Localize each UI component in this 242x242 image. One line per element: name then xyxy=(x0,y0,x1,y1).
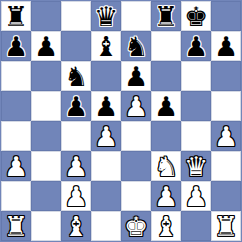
square-g2[interactable]: ♟ xyxy=(181,181,211,211)
square-g3[interactable]: ♛ xyxy=(181,151,211,181)
square-a1[interactable]: ♜ xyxy=(1,211,31,241)
square-b3[interactable] xyxy=(31,151,61,181)
square-h1[interactable]: ♜ xyxy=(211,211,241,241)
black-queen: ♛ xyxy=(94,3,118,30)
square-d6[interactable] xyxy=(91,61,121,91)
square-c6[interactable]: ♞ xyxy=(61,61,91,91)
square-f2[interactable]: ♟ xyxy=(151,181,181,211)
white-pawn: ♟ xyxy=(4,153,28,180)
square-h2[interactable] xyxy=(211,181,241,211)
square-g8[interactable]: ♚ xyxy=(181,1,211,31)
square-d7[interactable]: ♝ xyxy=(91,31,121,61)
white-pawn: ♟ xyxy=(154,183,178,210)
square-c7[interactable] xyxy=(61,31,91,61)
square-c5[interactable]: ♟ xyxy=(61,91,91,121)
white-pawn: ♟ xyxy=(214,123,238,150)
square-h5[interactable] xyxy=(211,91,241,121)
square-d2[interactable] xyxy=(91,181,121,211)
square-c1[interactable]: ♝ xyxy=(61,211,91,241)
square-g6[interactable] xyxy=(181,61,211,91)
black-knight: ♞ xyxy=(124,33,148,60)
square-b4[interactable] xyxy=(31,121,61,151)
square-f1[interactable]: ♝ xyxy=(151,211,181,241)
white-pawn: ♟ xyxy=(64,183,88,210)
black-pawn: ♟ xyxy=(94,93,118,120)
square-a5[interactable] xyxy=(1,91,31,121)
white-bishop: ♝ xyxy=(64,213,88,240)
black-pawn: ♟ xyxy=(214,33,238,60)
square-g1[interactable] xyxy=(181,211,211,241)
square-a4[interactable] xyxy=(1,121,31,151)
square-g5[interactable] xyxy=(181,91,211,121)
square-b1[interactable] xyxy=(31,211,61,241)
square-e7[interactable]: ♞ xyxy=(121,31,151,61)
square-e3[interactable] xyxy=(121,151,151,181)
white-pawn: ♟ xyxy=(124,93,148,120)
square-d4[interactable]: ♟ xyxy=(91,121,121,151)
white-rook: ♜ xyxy=(214,213,238,240)
page: ♜♛♜♚♟♟♝♞♟♟♞♟♟♟♟♟♟♟♟♟♞♛♟♟♟♜♝♚♝♜ xyxy=(0,0,242,242)
square-a7[interactable]: ♟ xyxy=(1,31,31,61)
square-e6[interactable]: ♟ xyxy=(121,61,151,91)
square-f4[interactable] xyxy=(151,121,181,151)
black-bishop: ♝ xyxy=(94,33,118,60)
black-rook: ♜ xyxy=(4,3,28,30)
chess-board: ♜♛♜♚♟♟♝♞♟♟♞♟♟♟♟♟♟♟♟♟♞♛♟♟♟♜♝♚♝♜ xyxy=(0,0,242,242)
square-f3[interactable]: ♞ xyxy=(151,151,181,181)
black-pawn: ♟ xyxy=(184,33,208,60)
square-d5[interactable]: ♟ xyxy=(91,91,121,121)
black-knight: ♞ xyxy=(64,63,88,90)
square-b7[interactable]: ♟ xyxy=(31,31,61,61)
square-f8[interactable]: ♜ xyxy=(151,1,181,31)
square-h6[interactable] xyxy=(211,61,241,91)
black-king: ♚ xyxy=(184,3,208,30)
square-b6[interactable] xyxy=(31,61,61,91)
square-g4[interactable] xyxy=(181,121,211,151)
square-e2[interactable] xyxy=(121,181,151,211)
black-pawn: ♟ xyxy=(34,33,58,60)
white-pawn: ♟ xyxy=(94,123,118,150)
black-rook: ♜ xyxy=(154,3,178,30)
square-e4[interactable] xyxy=(121,121,151,151)
white-king: ♚ xyxy=(124,213,148,240)
square-d8[interactable]: ♛ xyxy=(91,1,121,31)
square-c4[interactable] xyxy=(61,121,91,151)
square-g7[interactable]: ♟ xyxy=(181,31,211,61)
square-d1[interactable] xyxy=(91,211,121,241)
square-d3[interactable] xyxy=(91,151,121,181)
white-pawn: ♟ xyxy=(184,183,208,210)
square-c3[interactable]: ♟ xyxy=(61,151,91,181)
white-pawn: ♟ xyxy=(64,153,88,180)
white-rook: ♜ xyxy=(4,213,28,240)
square-c2[interactable]: ♟ xyxy=(61,181,91,211)
white-queen: ♛ xyxy=(184,153,208,180)
square-f7[interactable] xyxy=(151,31,181,61)
black-pawn: ♟ xyxy=(124,63,148,90)
white-bishop: ♝ xyxy=(154,213,178,240)
square-h8[interactable] xyxy=(211,1,241,31)
square-h7[interactable]: ♟ xyxy=(211,31,241,61)
square-h4[interactable]: ♟ xyxy=(211,121,241,151)
square-e1[interactable]: ♚ xyxy=(121,211,151,241)
black-pawn: ♟ xyxy=(154,93,178,120)
square-a2[interactable] xyxy=(1,181,31,211)
square-a6[interactable] xyxy=(1,61,31,91)
square-b8[interactable] xyxy=(31,1,61,31)
white-knight: ♞ xyxy=(154,153,178,180)
square-c8[interactable] xyxy=(61,1,91,31)
square-f5[interactable]: ♟ xyxy=(151,91,181,121)
square-a8[interactable]: ♜ xyxy=(1,1,31,31)
square-h3[interactable] xyxy=(211,151,241,181)
square-b5[interactable] xyxy=(31,91,61,121)
square-b2[interactable] xyxy=(31,181,61,211)
square-f6[interactable] xyxy=(151,61,181,91)
square-a3[interactable]: ♟ xyxy=(1,151,31,181)
square-e5[interactable]: ♟ xyxy=(121,91,151,121)
square-e8[interactable] xyxy=(121,1,151,31)
black-pawn: ♟ xyxy=(4,33,28,60)
black-pawn: ♟ xyxy=(64,93,88,120)
